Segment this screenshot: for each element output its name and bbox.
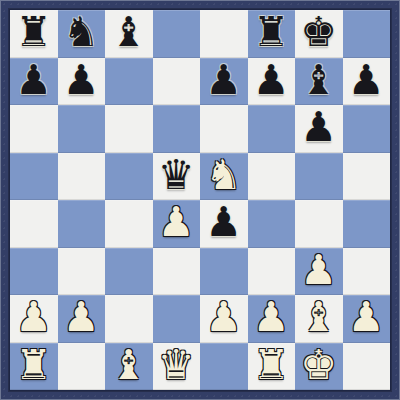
square-e7[interactable]: ♟ bbox=[200, 58, 248, 106]
square-b1[interactable] bbox=[58, 343, 106, 391]
square-c7[interactable] bbox=[105, 58, 153, 106]
piece-white-pawn: ♟ bbox=[205, 297, 242, 338]
square-g6[interactable]: ♟ bbox=[295, 105, 343, 153]
piece-white-pawn: ♟ bbox=[300, 250, 337, 291]
square-b7[interactable]: ♟ bbox=[58, 58, 106, 106]
piece-black-rook: ♜ bbox=[15, 12, 52, 53]
square-h2[interactable]: ♟ bbox=[343, 295, 391, 343]
piece-black-pawn: ♟ bbox=[15, 60, 52, 101]
square-c3[interactable] bbox=[105, 248, 153, 296]
square-a4[interactable] bbox=[10, 200, 58, 248]
square-c5[interactable] bbox=[105, 153, 153, 201]
piece-white-pawn: ♟ bbox=[348, 297, 385, 338]
square-c8[interactable]: ♝ bbox=[105, 10, 153, 58]
square-b5[interactable] bbox=[58, 153, 106, 201]
square-h5[interactable] bbox=[343, 153, 391, 201]
square-f2[interactable]: ♟ bbox=[248, 295, 296, 343]
square-h1[interactable] bbox=[343, 343, 391, 391]
piece-white-queen: ♛ bbox=[158, 345, 195, 386]
square-e8[interactable] bbox=[200, 10, 248, 58]
square-a6[interactable] bbox=[10, 105, 58, 153]
piece-white-rook: ♜ bbox=[253, 345, 290, 386]
square-e2[interactable]: ♟ bbox=[200, 295, 248, 343]
square-g2[interactable]: ♝ bbox=[295, 295, 343, 343]
square-c1[interactable]: ♝ bbox=[105, 343, 153, 391]
square-g8[interactable]: ♚ bbox=[295, 10, 343, 58]
square-a3[interactable] bbox=[10, 248, 58, 296]
square-d3[interactable] bbox=[153, 248, 201, 296]
piece-black-rook: ♜ bbox=[253, 12, 290, 53]
square-h4[interactable] bbox=[343, 200, 391, 248]
square-d2[interactable] bbox=[153, 295, 201, 343]
square-d1[interactable]: ♛ bbox=[153, 343, 201, 391]
square-a8[interactable]: ♜ bbox=[10, 10, 58, 58]
piece-white-bishop: ♝ bbox=[300, 297, 337, 338]
piece-black-pawn: ♟ bbox=[205, 202, 242, 243]
square-f5[interactable] bbox=[248, 153, 296, 201]
piece-black-bishop: ♝ bbox=[110, 12, 147, 53]
square-d5[interactable]: ♛ bbox=[153, 153, 201, 201]
square-g3[interactable]: ♟ bbox=[295, 248, 343, 296]
square-f7[interactable]: ♟ bbox=[248, 58, 296, 106]
square-g4[interactable] bbox=[295, 200, 343, 248]
square-g1[interactable]: ♚ bbox=[295, 343, 343, 391]
square-f1[interactable]: ♜ bbox=[248, 343, 296, 391]
square-g5[interactable] bbox=[295, 153, 343, 201]
piece-white-bishop: ♝ bbox=[110, 345, 147, 386]
square-e4[interactable]: ♟ bbox=[200, 200, 248, 248]
piece-black-pawn: ♟ bbox=[253, 60, 290, 101]
square-b3[interactable] bbox=[58, 248, 106, 296]
square-f4[interactable] bbox=[248, 200, 296, 248]
square-h8[interactable] bbox=[343, 10, 391, 58]
square-a5[interactable] bbox=[10, 153, 58, 201]
piece-white-pawn: ♟ bbox=[15, 297, 52, 338]
piece-white-king: ♚ bbox=[300, 345, 337, 386]
chess-board: ♜♞♝♜♚♟♟♟♟♝♟♟♛♞♟♟♟♟♟♟♟♝♟♜♝♛♜♚ bbox=[9, 9, 391, 391]
piece-black-pawn: ♟ bbox=[300, 107, 337, 148]
square-a7[interactable]: ♟ bbox=[10, 58, 58, 106]
square-b8[interactable]: ♞ bbox=[58, 10, 106, 58]
square-d8[interactable] bbox=[153, 10, 201, 58]
piece-black-king: ♚ bbox=[300, 12, 337, 53]
square-e5[interactable]: ♞ bbox=[200, 153, 248, 201]
square-f8[interactable]: ♜ bbox=[248, 10, 296, 58]
square-c6[interactable] bbox=[105, 105, 153, 153]
square-h6[interactable] bbox=[343, 105, 391, 153]
square-e3[interactable] bbox=[200, 248, 248, 296]
piece-white-knight: ♞ bbox=[205, 155, 242, 196]
piece-black-pawn: ♟ bbox=[348, 60, 385, 101]
square-g7[interactable]: ♝ bbox=[295, 58, 343, 106]
piece-black-queen: ♛ bbox=[158, 155, 195, 196]
square-b4[interactable] bbox=[58, 200, 106, 248]
square-b6[interactable] bbox=[58, 105, 106, 153]
square-h7[interactable]: ♟ bbox=[343, 58, 391, 106]
square-b2[interactable]: ♟ bbox=[58, 295, 106, 343]
square-e1[interactable] bbox=[200, 343, 248, 391]
square-a2[interactable]: ♟ bbox=[10, 295, 58, 343]
board-frame: ♜♞♝♜♚♟♟♟♟♝♟♟♛♞♟♟♟♟♟♟♟♝♟♜♝♛♜♚ bbox=[0, 0, 400, 400]
square-h3[interactable] bbox=[343, 248, 391, 296]
square-f3[interactable] bbox=[248, 248, 296, 296]
piece-white-pawn: ♟ bbox=[63, 297, 100, 338]
piece-black-bishop: ♝ bbox=[300, 60, 337, 101]
piece-white-rook: ♜ bbox=[15, 345, 52, 386]
piece-white-pawn: ♟ bbox=[158, 202, 195, 243]
piece-black-pawn: ♟ bbox=[205, 60, 242, 101]
piece-white-pawn: ♟ bbox=[253, 297, 290, 338]
piece-black-knight: ♞ bbox=[63, 12, 100, 53]
square-d6[interactable] bbox=[153, 105, 201, 153]
square-c4[interactable] bbox=[105, 200, 153, 248]
square-f6[interactable] bbox=[248, 105, 296, 153]
square-c2[interactable] bbox=[105, 295, 153, 343]
piece-black-pawn: ♟ bbox=[63, 60, 100, 101]
square-e6[interactable] bbox=[200, 105, 248, 153]
square-a1[interactable]: ♜ bbox=[10, 343, 58, 391]
square-d7[interactable] bbox=[153, 58, 201, 106]
square-d4[interactable]: ♟ bbox=[153, 200, 201, 248]
